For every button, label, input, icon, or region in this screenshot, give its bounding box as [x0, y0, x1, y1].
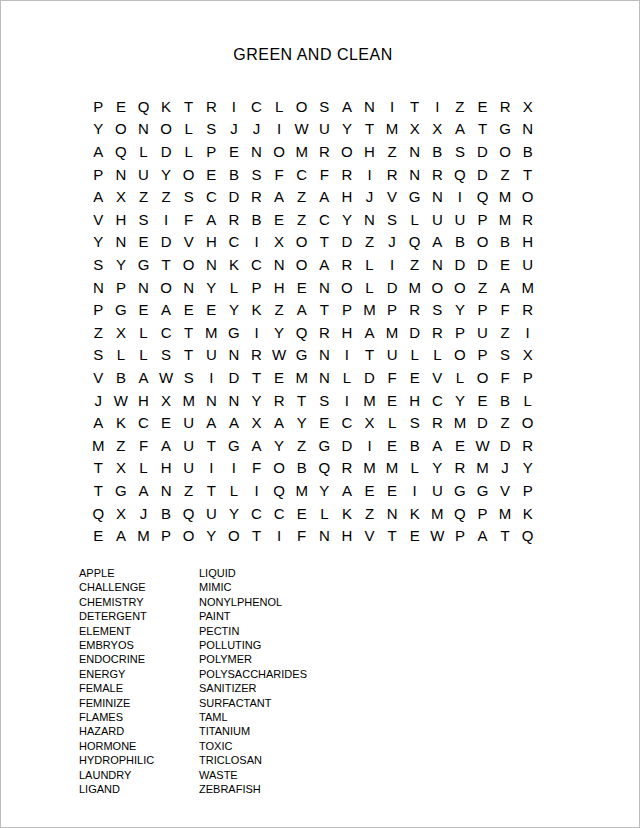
grid-cell: J [87, 389, 110, 412]
grid-cell: M [381, 321, 404, 344]
grid-cell: H [403, 389, 426, 412]
grid-cell: R [426, 411, 449, 434]
grid-cell: N [426, 253, 449, 276]
grid-cell: I [223, 95, 246, 118]
word-list-item: EMBRYOS [79, 638, 199, 652]
grid-cell: Z [403, 253, 426, 276]
grid-cell: R [403, 298, 426, 321]
grid-cell: T [403, 95, 426, 118]
grid-cell: M [426, 502, 449, 525]
grid-cell: X [268, 231, 291, 254]
grid-cell: A [110, 524, 133, 547]
grid-cell: U [449, 208, 472, 231]
word-list-item: APPLE [79, 566, 199, 580]
grid-cell: Y [87, 118, 110, 141]
grid-cell: S [87, 344, 110, 367]
grid-cell: D [358, 366, 381, 389]
grid-cell: R [245, 344, 268, 367]
grid-cell: O [449, 276, 472, 299]
grid-cell: X [358, 411, 381, 434]
grid-cell: M [132, 524, 155, 547]
grid-cell: K [110, 411, 133, 434]
grid-cell: W [426, 524, 449, 547]
grid-cell: O [110, 118, 133, 141]
word-list-item: FEMALE [79, 681, 199, 695]
word-list-item: TAML [199, 710, 319, 724]
grid-cell: U [426, 208, 449, 231]
grid-cell: E [290, 502, 313, 525]
grid-cell: C [132, 411, 155, 434]
word-list-item: POLYSACCHARIDES [199, 667, 319, 681]
grid-cell: B [449, 231, 472, 254]
word-list-item: PECTIN [199, 624, 319, 638]
grid-cell: S [200, 118, 223, 141]
grid-cell: O [268, 457, 291, 480]
grid-cell: K [223, 253, 246, 276]
grid-cell: E [223, 140, 246, 163]
grid-cell: L [132, 457, 155, 480]
grid-cell: Y [336, 208, 359, 231]
grid-cell: U [200, 502, 223, 525]
grid-cell: W [110, 389, 133, 412]
grid-cell: N [358, 95, 381, 118]
grid-cell: R [245, 185, 268, 208]
grid-cell: T [516, 163, 539, 186]
grid-cell: U [313, 118, 336, 141]
grid-cell: R [381, 163, 404, 186]
grid-cell: D [223, 366, 246, 389]
grid-cell: X [426, 118, 449, 141]
grid-cell: P [110, 276, 133, 299]
word-list-item: PAINT [199, 609, 319, 623]
word-list: APPLECHALLENGECHEMISTRYDETERGENTELEMENTE… [79, 566, 319, 797]
grid-cell: N [313, 366, 336, 389]
grid-cell: C [245, 253, 268, 276]
grid-cell: L [110, 344, 133, 367]
grid-cell: N [245, 140, 268, 163]
grid-cell: M [358, 389, 381, 412]
grid-cell: C [200, 185, 223, 208]
grid-cell: T [358, 118, 381, 141]
word-list-item: HORMONE [79, 739, 199, 753]
grid-cell: V [358, 524, 381, 547]
word-list-item: NONYLPHENOL [199, 595, 319, 609]
grid-cell: M [87, 434, 110, 457]
grid-cell: E [110, 95, 133, 118]
grid-cell: U [426, 479, 449, 502]
grid-cell: N [268, 253, 291, 276]
grid-cell: V [494, 479, 517, 502]
grid-cell: M [471, 457, 494, 480]
grid-cell: E [132, 231, 155, 254]
grid-cell: R [516, 298, 539, 321]
grid-cell: I [268, 118, 291, 141]
grid-cell: L [426, 344, 449, 367]
grid-cell: A [494, 276, 517, 299]
grid-cell: U [516, 253, 539, 276]
grid-cell: Z [132, 185, 155, 208]
grid-cell: O [449, 344, 472, 367]
grid-cell: C [155, 321, 178, 344]
grid-cell: P [471, 502, 494, 525]
grid-cell: M [177, 389, 200, 412]
grid-cell: Y [245, 389, 268, 412]
grid-cell: P [336, 298, 359, 321]
grid-cell: E [381, 389, 404, 412]
grid-cell: Y [313, 479, 336, 502]
word-list-item: CHALLENGE [79, 580, 199, 594]
grid-cell: I [403, 479, 426, 502]
grid-cell: T [245, 524, 268, 547]
grid-cell: O [426, 276, 449, 299]
grid-cell: Z [449, 95, 472, 118]
word-list-item: DETERGENT [79, 609, 199, 623]
word-list-item: LIQUID [199, 566, 319, 580]
grid-cell: U [177, 434, 200, 457]
grid-cell: Y [110, 253, 133, 276]
grid-cell: E [449, 434, 472, 457]
grid-cell: H [132, 389, 155, 412]
word-search-page: GREEN AND CLEAN PEQKTRICLOSANITIZERXYONO… [0, 0, 640, 828]
grid-cell: G [313, 434, 336, 457]
grid-cell: P [155, 524, 178, 547]
grid-cell: H [110, 208, 133, 231]
grid-cell: L [403, 208, 426, 231]
grid-cell: P [87, 95, 110, 118]
grid-cell: X [110, 457, 133, 480]
grid-cell: X [110, 185, 133, 208]
grid-cell: E [403, 366, 426, 389]
grid-cell: J [132, 502, 155, 525]
grid-cell: F [290, 524, 313, 547]
grid-cell: Z [155, 185, 178, 208]
grid-cell: A [245, 434, 268, 457]
grid-cell: Z [290, 185, 313, 208]
grid-cell: T [177, 95, 200, 118]
grid-cell: Q [313, 457, 336, 480]
grid-cell: Y [155, 163, 178, 186]
grid-cell: U [177, 457, 200, 480]
grid-cell: M [494, 208, 517, 231]
grid-cell: H [268, 276, 291, 299]
word-list-item: POLLUTING [199, 638, 319, 652]
grid-cell: D [336, 231, 359, 254]
grid-cell: W [471, 434, 494, 457]
grid-cell: D [471, 253, 494, 276]
word-list-item: HAZARD [79, 724, 199, 738]
grid-cell: L [268, 95, 291, 118]
grid-cell: G [110, 298, 133, 321]
grid-cell: T [200, 479, 223, 502]
grid-cell: A [313, 253, 336, 276]
grid-cell: A [426, 434, 449, 457]
grid-cell: A [268, 185, 291, 208]
grid-cell: S [403, 411, 426, 434]
grid-cell: S [155, 344, 178, 367]
word-list-item: SANITIZER [199, 681, 319, 695]
grid-cell: P [471, 208, 494, 231]
grid-cell: Q [290, 321, 313, 344]
grid-cell: N [223, 344, 246, 367]
grid-cell: Z [494, 411, 517, 434]
grid-cell: R [426, 163, 449, 186]
grid-cell: V [177, 231, 200, 254]
grid-cell: T [87, 457, 110, 480]
grid-cell: V [381, 185, 404, 208]
grid-cell: I [358, 434, 381, 457]
grid-cell: S [426, 298, 449, 321]
grid-cell: L [177, 140, 200, 163]
grid-cell: C [336, 411, 359, 434]
word-list-item: ENERGY [79, 667, 199, 681]
grid-cell: E [381, 434, 404, 457]
grid-cell: Y [268, 434, 291, 457]
grid-cell: S [177, 366, 200, 389]
grid-cell: L [381, 411, 404, 434]
grid-cell: T [494, 524, 517, 547]
grid-cell: O [336, 276, 359, 299]
grid-cell: X [403, 118, 426, 141]
grid-cell: G [471, 479, 494, 502]
grid-cell: C [245, 502, 268, 525]
grid-cell: A [132, 366, 155, 389]
grid-cell: O [516, 411, 539, 434]
grid-cell: K [516, 502, 539, 525]
grid-cell: Z [358, 502, 381, 525]
grid-cell: D [223, 185, 246, 208]
grid-cell: Y [223, 502, 246, 525]
grid-cell: G [223, 434, 246, 457]
grid-cell: Y [268, 321, 291, 344]
grid-cell: Q [403, 231, 426, 254]
grid-cell: P [381, 298, 404, 321]
grid-cell: C [268, 502, 291, 525]
grid-cell: E [381, 479, 404, 502]
grid-cell: O [494, 140, 517, 163]
grid-cell: J [223, 118, 246, 141]
grid-cell: A [87, 411, 110, 434]
grid-cell: L [358, 276, 381, 299]
grid-cell: V [87, 366, 110, 389]
grid-cell: Q [132, 95, 155, 118]
word-list-item: POLYMER [199, 652, 319, 666]
grid-cell: B [245, 208, 268, 231]
grid-cell: P [471, 298, 494, 321]
grid-cell: D [155, 231, 178, 254]
grid-cell: L [177, 118, 200, 141]
grid-cell: B [494, 231, 517, 254]
grid-cell: R [223, 208, 246, 231]
grid-cell: Q [471, 185, 494, 208]
grid-cell: M [516, 276, 539, 299]
grid-cell: L [132, 321, 155, 344]
grid-cell: P [87, 163, 110, 186]
grid-cell: U [132, 163, 155, 186]
grid-cell: O [268, 140, 291, 163]
grid-cell: Y [449, 389, 472, 412]
grid-cell: L [223, 276, 246, 299]
grid-cell: Y [426, 457, 449, 480]
grid-cell: I [336, 389, 359, 412]
grid-cell: F [313, 163, 336, 186]
grid-cell: I [245, 479, 268, 502]
grid-cell: L [313, 502, 336, 525]
word-list-item: ZEBRAFISH [199, 782, 319, 796]
grid-cell: X [516, 344, 539, 367]
grid-cell: M [358, 298, 381, 321]
grid-cell: T [177, 344, 200, 367]
grid-cell: H [155, 457, 178, 480]
grid-cell: L [336, 366, 359, 389]
grid-cell: Q [268, 479, 291, 502]
grid-cell: A [155, 298, 178, 321]
grid-cell: N [110, 163, 133, 186]
grid-cell: F [494, 366, 517, 389]
grid-cell: T [313, 231, 336, 254]
word-list-item: TRICLOSAN [199, 753, 319, 767]
grid-cell: A [87, 185, 110, 208]
grid-cell: A [87, 140, 110, 163]
grid-cell: A [290, 298, 313, 321]
grid-cell: R [313, 321, 336, 344]
grid-cell: C [245, 95, 268, 118]
word-list-item: LAUNDRY [79, 768, 199, 782]
grid-cell: Z [87, 321, 110, 344]
grid-cell: I [358, 163, 381, 186]
grid-cell: R [426, 321, 449, 344]
grid-cell: Q [87, 502, 110, 525]
grid-cell: P [471, 344, 494, 367]
grid-cell: S [245, 163, 268, 186]
grid-cell: R [494, 95, 517, 118]
grid-cell: B [290, 457, 313, 480]
grid-cell: A [426, 231, 449, 254]
grid-cell: H [336, 321, 359, 344]
grid-cell: N [223, 389, 246, 412]
grid-cell: T [87, 479, 110, 502]
grid-cell: M [290, 479, 313, 502]
grid-cell: P [516, 479, 539, 502]
grid-cell: T [245, 366, 268, 389]
grid-cell: P [200, 140, 223, 163]
grid-cell: P [245, 276, 268, 299]
grid-cell: M [494, 185, 517, 208]
grid-cell: O [177, 163, 200, 186]
grid-cell: R [313, 140, 336, 163]
grid-cell: S [494, 344, 517, 367]
grid-cell: D [449, 253, 472, 276]
grid-cell: S [449, 140, 472, 163]
grid-cell: I [516, 321, 539, 344]
grid-cell: I [449, 185, 472, 208]
grid-cell: X [110, 321, 133, 344]
grid-cell: Z [494, 163, 517, 186]
grid-cell: I [268, 524, 291, 547]
grid-cell: X [110, 502, 133, 525]
grid-cell: M [290, 140, 313, 163]
grid-cell: E [403, 524, 426, 547]
grid-cell: O [290, 253, 313, 276]
grid-cell: I [381, 253, 404, 276]
grid-cell: K [403, 502, 426, 525]
word-list-item: FLAMES [79, 710, 199, 724]
grid-cell: S [177, 185, 200, 208]
word-list-item: TITANIUM [199, 724, 319, 738]
grid-cell: J [245, 118, 268, 141]
grid-cell: Q [110, 140, 133, 163]
grid-cell: T [177, 321, 200, 344]
word-list-right-column: LIQUIDMIMICNONYLPHENOLPAINTPECTINPOLLUTI… [199, 566, 319, 797]
grid-cell: S [87, 253, 110, 276]
grid-cell: T [155, 253, 178, 276]
grid-cell: G [403, 185, 426, 208]
grid-cell: E [87, 524, 110, 547]
grid-cell: R [268, 389, 291, 412]
grid-cell: A [449, 118, 472, 141]
grid-cell: B [426, 140, 449, 163]
grid-cell: N [358, 208, 381, 231]
grid-cell: F [494, 298, 517, 321]
grid-cell: Z [110, 434, 133, 457]
letter-grid: PEQKTRICLOSANITIZERXYONOLSJJIWUYTMXXATGN… [87, 95, 539, 547]
grid-cell: Z [290, 434, 313, 457]
grid-cell: I [155, 208, 178, 231]
grid-cell: J [358, 185, 381, 208]
grid-cell: W [155, 366, 178, 389]
grid-cell: L [516, 389, 539, 412]
grid-cell: A [336, 95, 359, 118]
grid-cell: J [381, 231, 404, 254]
grid-cell: D [336, 434, 359, 457]
grid-cell: H [336, 185, 359, 208]
grid-cell: L [403, 457, 426, 480]
grid-cell: G [449, 479, 472, 502]
grid-cell: N [132, 276, 155, 299]
grid-cell: A [358, 321, 381, 344]
grid-cell: Y [200, 276, 223, 299]
grid-cell: A [223, 411, 246, 434]
word-list-item: CHEMISTRY [79, 595, 199, 609]
grid-cell: V [87, 208, 110, 231]
grid-cell: A [200, 208, 223, 231]
grid-cell: C [223, 231, 246, 254]
grid-cell: O [516, 185, 539, 208]
grid-cell: O [155, 118, 178, 141]
grid-cell: P [516, 366, 539, 389]
grid-cell: O [290, 231, 313, 254]
grid-cell: A [268, 411, 291, 434]
grid-cell: R [336, 253, 359, 276]
grid-cell: J [494, 457, 517, 480]
grid-cell: E [471, 95, 494, 118]
grid-cell: X [516, 95, 539, 118]
word-list-item: TOXIC [199, 739, 319, 753]
grid-cell: Z [494, 321, 517, 344]
grid-cell: P [449, 524, 472, 547]
grid-cell: R [200, 95, 223, 118]
grid-cell: E [358, 479, 381, 502]
grid-cell: M [358, 457, 381, 480]
grid-cell: T [471, 118, 494, 141]
grid-cell: G [494, 118, 517, 141]
grid-cell: Z [381, 140, 404, 163]
grid-cell: K [155, 95, 178, 118]
grid-cell: E [155, 411, 178, 434]
grid-cell: Q [449, 163, 472, 186]
grid-cell: K [245, 298, 268, 321]
grid-cell: N [516, 118, 539, 141]
grid-cell: Y [223, 298, 246, 321]
